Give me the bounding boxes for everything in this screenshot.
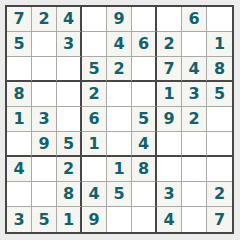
cell-r9c6[interactable] <box>132 207 157 232</box>
cell-r8c9[interactable]: 2 <box>207 182 232 207</box>
cell-r5c1[interactable]: 1 <box>7 107 32 132</box>
cell-r6c4[interactable]: 1 <box>82 132 107 157</box>
cell-r1c8[interactable]: 6 <box>182 7 207 32</box>
cell-r3c6[interactable] <box>132 57 157 82</box>
cell-r6c5[interactable] <box>107 132 132 157</box>
cell-r6c9[interactable] <box>207 132 232 157</box>
cell-r7c8[interactable] <box>182 157 207 182</box>
cell-r2c5[interactable]: 4 <box>107 32 132 57</box>
cell-r6c3[interactable]: 5 <box>57 132 82 157</box>
cell-r6c1[interactable] <box>7 132 32 157</box>
cell-r3c5[interactable]: 2 <box>107 57 132 82</box>
cell-r2c8[interactable] <box>182 32 207 57</box>
cell-r4c1[interactable]: 8 <box>7 82 32 107</box>
cell-r9c7[interactable]: 4 <box>157 207 182 232</box>
cell-r9c2[interactable]: 5 <box>32 207 57 232</box>
cell-r7c1[interactable]: 4 <box>7 157 32 182</box>
cell-r2c2[interactable] <box>32 32 57 57</box>
cell-r1c4[interactable] <box>82 7 107 32</box>
cell-r9c8[interactable] <box>182 207 207 232</box>
cell-r1c6[interactable] <box>132 7 157 32</box>
cell-r4c2[interactable] <box>32 82 57 107</box>
cell-r8c3[interactable]: 8 <box>57 182 82 207</box>
cell-r8c7[interactable]: 3 <box>157 182 182 207</box>
cell-r1c9[interactable] <box>207 7 232 32</box>
cell-r9c9[interactable]: 7 <box>207 207 232 232</box>
cell-r8c6[interactable] <box>132 182 157 207</box>
cell-r1c5[interactable]: 9 <box>107 7 132 32</box>
cell-r4c3[interactable] <box>57 82 82 107</box>
cell-r3c3[interactable] <box>57 57 82 82</box>
cell-r9c3[interactable]: 1 <box>57 207 82 232</box>
cell-r1c7[interactable] <box>157 7 182 32</box>
cell-r8c4[interactable]: 4 <box>82 182 107 207</box>
cell-r8c2[interactable] <box>32 182 57 207</box>
cell-r2c1[interactable]: 5 <box>7 32 32 57</box>
sudoku-board: 7249653462152748821351365929514421884532… <box>5 5 234 234</box>
cell-r8c5[interactable]: 5 <box>107 182 132 207</box>
cell-r8c1[interactable] <box>7 182 32 207</box>
cell-r5c7[interactable]: 9 <box>157 107 182 132</box>
cell-r7c5[interactable]: 1 <box>107 157 132 182</box>
cell-r4c8[interactable]: 3 <box>182 82 207 107</box>
cell-r5c5[interactable] <box>107 107 132 132</box>
cell-r5c8[interactable]: 2 <box>182 107 207 132</box>
cell-r2c6[interactable]: 6 <box>132 32 157 57</box>
cell-r6c8[interactable] <box>182 132 207 157</box>
cell-r9c4[interactable]: 9 <box>82 207 107 232</box>
cell-r5c2[interactable]: 3 <box>32 107 57 132</box>
cell-r4c9[interactable]: 5 <box>207 82 232 107</box>
cell-r7c7[interactable] <box>157 157 182 182</box>
cell-r7c9[interactable] <box>207 157 232 182</box>
cell-r1c1[interactable]: 7 <box>7 7 32 32</box>
cell-r7c3[interactable]: 2 <box>57 157 82 182</box>
cell-r7c4[interactable] <box>82 157 107 182</box>
cell-r2c3[interactable]: 3 <box>57 32 82 57</box>
cell-r3c7[interactable]: 7 <box>157 57 182 82</box>
cell-r4c5[interactable] <box>107 82 132 107</box>
cell-r2c4[interactable] <box>82 32 107 57</box>
cell-r6c7[interactable] <box>157 132 182 157</box>
cell-r5c4[interactable]: 6 <box>82 107 107 132</box>
cell-r5c3[interactable] <box>57 107 82 132</box>
cell-r3c8[interactable]: 4 <box>182 57 207 82</box>
cell-r6c2[interactable]: 9 <box>32 132 57 157</box>
cell-r7c6[interactable]: 8 <box>132 157 157 182</box>
cell-r1c3[interactable]: 4 <box>57 7 82 32</box>
cell-r7c2[interactable] <box>32 157 57 182</box>
cell-r1c2[interactable]: 2 <box>32 7 57 32</box>
cell-r4c4[interactable]: 2 <box>82 82 107 107</box>
cell-r3c1[interactable] <box>7 57 32 82</box>
cell-r8c8[interactable] <box>182 182 207 207</box>
cell-r9c5[interactable] <box>107 207 132 232</box>
cell-r5c9[interactable] <box>207 107 232 132</box>
cell-r3c9[interactable]: 8 <box>207 57 232 82</box>
cell-r9c1[interactable]: 3 <box>7 207 32 232</box>
cell-r4c6[interactable] <box>132 82 157 107</box>
cell-r2c9[interactable]: 1 <box>207 32 232 57</box>
cell-r3c4[interactable]: 5 <box>82 57 107 82</box>
cell-r3c2[interactable] <box>32 57 57 82</box>
cell-r4c7[interactable]: 1 <box>157 82 182 107</box>
cell-r5c6[interactable]: 5 <box>132 107 157 132</box>
cell-r6c6[interactable]: 4 <box>132 132 157 157</box>
cell-r2c7[interactable]: 2 <box>157 32 182 57</box>
